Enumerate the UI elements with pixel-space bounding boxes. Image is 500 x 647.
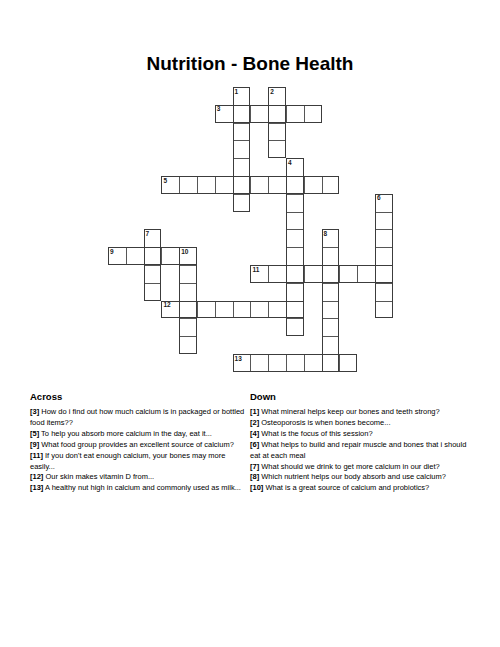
grid-cell[interactable]: [179, 176, 197, 194]
clue-number: [5]: [30, 429, 39, 438]
grid-cell[interactable]: [268, 176, 286, 194]
grid-cell[interactable]: [357, 265, 375, 283]
grid-cell[interactable]: [304, 105, 322, 123]
clue-item: [13] A healthy nut high in calcium and c…: [30, 483, 250, 494]
grid-cell[interactable]: [375, 301, 393, 319]
grid-cell[interactable]: [268, 123, 286, 141]
grid-cell[interactable]: [286, 354, 304, 372]
grid-cell[interactable]: [161, 247, 179, 265]
grid-cell[interactable]: [233, 176, 251, 194]
clue-item: [10] What is a great source of calcium a…: [250, 483, 478, 494]
grid-cell[interactable]: [250, 301, 268, 319]
down-clue-list: [1] What mineral helps keep our bones an…: [250, 407, 478, 494]
clue-number: [8]: [250, 472, 259, 481]
clue-text: To help you absorb more calcium in the d…: [39, 429, 212, 438]
clue-item: [9] What food group provides an excellen…: [30, 440, 250, 451]
clue-number: [6]: [250, 440, 259, 449]
grid-cell[interactable]: [197, 176, 215, 194]
grid-cell[interactable]: [339, 265, 357, 283]
grid-cell[interactable]: [322, 283, 340, 301]
crossword-grid: 12345678910111213: [0, 0, 500, 400]
clue-text: A healthy nut high in calcium and common…: [43, 483, 241, 492]
clue-text: Our skin makes vitamin D from...: [43, 472, 154, 481]
grid-cell[interactable]: [233, 140, 251, 158]
clue-number: [4]: [250, 429, 259, 438]
grid-cell[interactable]: [322, 229, 340, 247]
across-clue-list: [3] How do i find out how much calcium i…: [30, 407, 250, 494]
clue-text: Which nutrient helps our body absorb and…: [259, 472, 446, 481]
clue-number: [11]: [30, 451, 43, 460]
clues-section: Across [3] How do i find out how much ca…: [30, 391, 478, 494]
grid-cell[interactable]: [322, 301, 340, 319]
down-header: Down: [250, 391, 478, 402]
crossword-page: Nutrition - Bone Health 1234567891011121…: [0, 0, 500, 647]
clue-text: Osteoporosis is when bones become...: [259, 418, 390, 427]
grid-cell[interactable]: [179, 301, 197, 319]
down-clues-column: Down [1] What mineral helps keep our bon…: [250, 391, 478, 494]
grid-cell[interactable]: [286, 247, 304, 265]
grid-cell[interactable]: [375, 229, 393, 247]
grid-cell[interactable]: [286, 283, 304, 301]
grid-cell[interactable]: [250, 105, 268, 123]
clue-text: If you don't eat enough calcium, your bo…: [30, 451, 225, 471]
grid-cell[interactable]: [286, 265, 304, 283]
grid-cell[interactable]: [339, 354, 357, 372]
grid-cell[interactable]: [233, 105, 251, 123]
clue-item: [11] If you don't eat enough calcium, yo…: [30, 451, 250, 473]
grid-cell[interactable]: [322, 265, 340, 283]
grid-cell[interactable]: [286, 194, 304, 212]
clue-number: [2]: [250, 418, 259, 427]
clue-text: What should we drink to get more calcium…: [259, 462, 440, 471]
clue-number: [1]: [250, 407, 259, 416]
grid-cell[interactable]: [286, 229, 304, 247]
grid-cell[interactable]: [233, 123, 251, 141]
grid-cell[interactable]: [375, 194, 393, 212]
grid-cell[interactable]: [304, 265, 322, 283]
across-clues-column: Across [3] How do i find out how much ca…: [30, 391, 250, 494]
grid-cell[interactable]: [215, 105, 233, 123]
clue-number: [12]: [30, 472, 43, 481]
grid-cell[interactable]: [286, 301, 304, 319]
clue-item: [12] Our skin makes vitamin D from...: [30, 472, 250, 483]
grid-cell[interactable]: [268, 301, 286, 319]
clue-number: [13]: [30, 483, 43, 492]
grid-cell[interactable]: [304, 176, 322, 194]
clue-item: [3] How do i find out how much calcium i…: [30, 407, 250, 429]
grid-cell[interactable]: [322, 336, 340, 354]
grid-cell[interactable]: [268, 105, 286, 123]
clue-item: [1] What mineral helps keep our bones an…: [250, 407, 478, 418]
grid-cell[interactable]: [286, 212, 304, 230]
grid-cell[interactable]: [126, 247, 144, 265]
grid-cell[interactable]: [179, 247, 197, 265]
grid-cell[interactable]: [197, 301, 215, 319]
grid-cell[interactable]: [144, 265, 162, 283]
grid-cell[interactable]: [268, 87, 286, 105]
clue-text: What food group provides an excellent so…: [39, 440, 234, 449]
clue-item: [4] What is the focus of this session?: [250, 429, 478, 440]
grid-cell[interactable]: [268, 140, 286, 158]
clue-text: What helps to build and repair muscle an…: [250, 440, 466, 460]
grid-cell[interactable]: [286, 105, 304, 123]
clue-number: [3]: [30, 407, 39, 416]
grid-cell[interactable]: [233, 194, 251, 212]
grid-cell[interactable]: [375, 247, 393, 265]
grid-cell[interactable]: [144, 283, 162, 301]
grid-cell[interactable]: [322, 176, 340, 194]
grid-cell[interactable]: [144, 247, 162, 265]
clue-text: How do i find out how much calcium is in…: [30, 407, 244, 427]
grid-cell[interactable]: [250, 176, 268, 194]
grid-cell[interactable]: [286, 318, 304, 336]
clue-item: [5] To help you absorb more calcium in t…: [30, 429, 250, 440]
grid-cell[interactable]: [250, 265, 268, 283]
grid-cell[interactable]: [268, 265, 286, 283]
grid-cell[interactable]: [375, 265, 393, 283]
clue-text: What is a great source of calcium and pr…: [263, 483, 429, 492]
grid-cell[interactable]: [161, 301, 179, 319]
grid-cell[interactable]: [108, 247, 126, 265]
grid-cell[interactable]: [268, 354, 286, 372]
grid-cell[interactable]: [250, 354, 268, 372]
grid-cell[interactable]: [179, 265, 197, 283]
grid-cell[interactable]: [144, 229, 162, 247]
grid-cell[interactable]: [322, 318, 340, 336]
grid-cell[interactable]: [179, 336, 197, 354]
grid-cell[interactable]: [179, 283, 197, 301]
grid-cell[interactable]: [215, 301, 233, 319]
clue-number: [10]: [250, 483, 263, 492]
clue-number: [7]: [250, 462, 259, 471]
grid-cell[interactable]: [375, 283, 393, 301]
clue-text: What mineral helps keep our bones and te…: [259, 407, 440, 416]
clue-item: [8] Which nutrient helps our body absorb…: [250, 472, 478, 483]
grid-cell[interactable]: [286, 158, 304, 176]
grid-cell[interactable]: [322, 354, 340, 372]
grid-cell[interactable]: [233, 87, 251, 105]
clue-text: What is the focus of this session?: [259, 429, 372, 438]
clue-item: [2] Osteoporosis is when bones become...: [250, 418, 478, 429]
across-header: Across: [30, 391, 250, 402]
grid-cell[interactable]: [179, 318, 197, 336]
grid-cell[interactable]: [161, 176, 179, 194]
grid-cell[interactable]: [233, 301, 251, 319]
grid-cell[interactable]: [215, 176, 233, 194]
grid-cell[interactable]: [233, 158, 251, 176]
grid-cell[interactable]: [286, 176, 304, 194]
clue-item: [7] What should we drink to get more cal…: [250, 462, 478, 473]
clue-item: [6] What helps to build and repair muscl…: [250, 440, 478, 462]
grid-cell[interactable]: [233, 354, 251, 372]
grid-cell[interactable]: [304, 354, 322, 372]
clue-number: [9]: [30, 440, 39, 449]
grid-cell[interactable]: [322, 247, 340, 265]
grid-cell[interactable]: [375, 212, 393, 230]
